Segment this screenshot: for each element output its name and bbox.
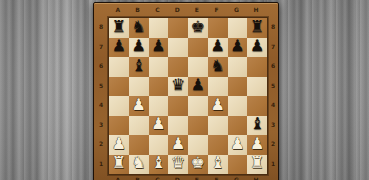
piece-white-pawn: ♟ [171, 136, 185, 152]
square-c3[interactable]: ♟ [149, 116, 169, 136]
rank-label-left-6: 6 [95, 56, 107, 76]
square-h6[interactable] [247, 57, 267, 77]
file-label-top-h: H [246, 4, 266, 16]
square-c1[interactable]: ♝ [149, 155, 169, 175]
square-d6[interactable] [168, 57, 188, 77]
piece-white-pawn: ♟ [112, 136, 126, 152]
square-g3[interactable] [228, 116, 248, 136]
piece-black-knight: ♞ [210, 58, 224, 74]
file-labels-top: ABCDEFGH [108, 4, 266, 16]
square-g4[interactable] [228, 96, 248, 116]
rank-label-right-6: 6 [267, 56, 279, 76]
square-e7[interactable] [188, 38, 208, 58]
square-b2[interactable] [129, 135, 149, 155]
piece-black-pawn: ♟ [191, 77, 205, 93]
square-c7[interactable]: ♟ [149, 38, 169, 58]
rank-label-left-4: 4 [95, 95, 107, 115]
square-a8[interactable]: ♜ [109, 18, 129, 38]
square-a5[interactable] [109, 77, 129, 97]
piece-black-rook: ♜ [112, 19, 126, 35]
square-d5[interactable]: ♛ [168, 77, 188, 97]
file-label-top-g: G [227, 4, 247, 16]
rank-label-left-3: 3 [95, 115, 107, 135]
file-label-top-d: D [167, 4, 187, 16]
square-e1[interactable]: ♚ [188, 155, 208, 175]
piece-white-bishop: ♝ [210, 155, 224, 171]
file-label-top-f: F [207, 4, 227, 16]
rank-label-right-4: 4 [267, 95, 279, 115]
square-g5[interactable] [228, 77, 248, 97]
square-b6[interactable]: ♝ [129, 57, 149, 77]
piece-white-pawn: ♟ [131, 97, 145, 113]
app-screen: ABCDEFGH ABCDEFGH 87654321 87654321 ♜♞♚♜… [0, 0, 369, 180]
square-b4[interactable]: ♟ [129, 96, 149, 116]
square-e5[interactable]: ♟ [188, 77, 208, 97]
square-g2[interactable]: ♟ [228, 135, 248, 155]
rank-label-left-1: 1 [95, 154, 107, 174]
rank-label-left-2: 2 [95, 134, 107, 154]
piece-black-rook: ♜ [250, 19, 264, 35]
square-a1[interactable]: ♜ [109, 155, 129, 175]
rank-labels-right: 87654321 [267, 17, 279, 173]
square-f3[interactable] [208, 116, 228, 136]
square-f2[interactable] [208, 135, 228, 155]
square-e2[interactable] [188, 135, 208, 155]
piece-black-king: ♚ [191, 19, 205, 35]
piece-white-rook: ♜ [250, 155, 264, 171]
square-h4[interactable] [247, 96, 267, 116]
square-d2[interactable]: ♟ [168, 135, 188, 155]
square-d7[interactable] [168, 38, 188, 58]
piece-black-pawn: ♟ [112, 38, 126, 54]
square-b8[interactable]: ♞ [129, 18, 149, 38]
piece-black-pawn: ♟ [131, 38, 145, 54]
rank-label-left-8: 8 [95, 17, 107, 37]
piece-white-rook: ♜ [112, 155, 126, 171]
file-label-top-b: B [128, 4, 148, 16]
square-g7[interactable]: ♟ [228, 38, 248, 58]
square-g8[interactable] [228, 18, 248, 38]
square-b1[interactable]: ♞ [129, 155, 149, 175]
square-a2[interactable]: ♟ [109, 135, 129, 155]
square-f4[interactable]: ♟ [208, 96, 228, 116]
square-b5[interactable] [129, 77, 149, 97]
square-h1[interactable]: ♜ [247, 155, 267, 175]
piece-white-pawn: ♟ [210, 97, 224, 113]
square-c5[interactable] [149, 77, 169, 97]
piece-black-queen: ♛ [171, 77, 185, 93]
square-h7[interactable]: ♟ [247, 38, 267, 58]
square-h3[interactable]: ♝ [247, 116, 267, 136]
square-a4[interactable] [109, 96, 129, 116]
piece-white-pawn: ♟ [230, 136, 244, 152]
square-a7[interactable]: ♟ [109, 38, 129, 58]
rank-label-right-2: 2 [267, 134, 279, 154]
square-a6[interactable] [109, 57, 129, 77]
square-h8[interactable]: ♜ [247, 18, 267, 38]
rank-label-right-8: 8 [267, 17, 279, 37]
square-c4[interactable] [149, 96, 169, 116]
piece-black-pawn: ♟ [250, 38, 264, 54]
rank-label-right-5: 5 [267, 76, 279, 96]
rank-label-right-1: 1 [267, 154, 279, 174]
square-h5[interactable] [247, 77, 267, 97]
rank-label-right-3: 3 [267, 115, 279, 135]
square-f7[interactable]: ♟ [208, 38, 228, 58]
square-d1[interactable]: ♛ [168, 155, 188, 175]
piece-black-pawn: ♟ [210, 38, 224, 54]
square-f5[interactable] [208, 77, 228, 97]
square-g6[interactable] [228, 57, 248, 77]
square-h2[interactable]: ♟ [247, 135, 267, 155]
rank-label-left-7: 7 [95, 37, 107, 57]
piece-black-pawn: ♟ [151, 38, 165, 54]
piece-black-bishop: ♝ [250, 116, 264, 132]
square-c8[interactable] [149, 18, 169, 38]
square-d4[interactable] [168, 96, 188, 116]
piece-white-pawn: ♟ [151, 116, 165, 132]
rank-label-right-7: 7 [267, 37, 279, 57]
square-e6[interactable] [188, 57, 208, 77]
square-e3[interactable] [188, 116, 208, 136]
piece-black-knight: ♞ [131, 19, 145, 35]
square-a3[interactable] [109, 116, 129, 136]
rank-label-left-5: 5 [95, 76, 107, 96]
piece-white-queen: ♛ [171, 155, 185, 171]
piece-white-king: ♚ [191, 155, 205, 171]
piece-white-pawn: ♟ [250, 136, 264, 152]
square-f6[interactable]: ♞ [208, 57, 228, 77]
file-label-top-c: C [148, 4, 168, 16]
piece-white-bishop: ♝ [151, 155, 165, 171]
file-label-top-a: A [108, 4, 128, 16]
square-c2[interactable] [149, 135, 169, 155]
chess-board: ABCDEFGH ABCDEFGH 87654321 87654321 ♜♞♚♜… [93, 2, 279, 180]
file-label-top-e: E [187, 4, 207, 16]
square-b7[interactable]: ♟ [129, 38, 149, 58]
square-e4[interactable] [188, 96, 208, 116]
square-d3[interactable] [168, 116, 188, 136]
square-b3[interactable] [129, 116, 149, 136]
piece-white-knight: ♞ [131, 155, 145, 171]
square-e8[interactable]: ♚ [188, 18, 208, 38]
rank-labels-left: 87654321 [95, 17, 107, 173]
piece-black-pawn: ♟ [230, 38, 244, 54]
square-c6[interactable] [149, 57, 169, 77]
square-f8[interactable] [208, 18, 228, 38]
square-f1[interactable]: ♝ [208, 155, 228, 175]
board-grid: ♜♞♚♜♟♟♟♟♟♟♝♞♛♟♟♟♟♝♟♟♟♟♜♞♝♛♚♝♜ [108, 17, 268, 175]
square-d8[interactable] [168, 18, 188, 38]
square-g1[interactable] [228, 155, 248, 175]
piece-black-bishop: ♝ [131, 58, 145, 74]
